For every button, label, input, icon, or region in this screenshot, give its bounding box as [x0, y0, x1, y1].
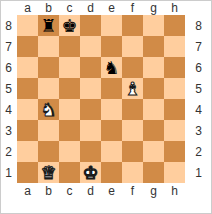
square-e3[interactable]	[101, 120, 122, 141]
square-c4[interactable]	[59, 99, 80, 120]
black-king[interactable]: ♚	[59, 15, 80, 36]
board-middle-band: 87654321 ♜♚♞♝♞♛♚ 87654321	[0, 15, 212, 183]
white-queen[interactable]: ♛	[38, 162, 59, 183]
square-b5[interactable]	[38, 78, 59, 99]
square-d1[interactable]: ♚	[80, 162, 101, 183]
square-g4[interactable]	[143, 99, 164, 120]
square-b6[interactable]	[38, 57, 59, 78]
square-g8[interactable]	[143, 15, 164, 36]
square-e4[interactable]	[101, 99, 122, 120]
rank-label-7-left: 7	[0, 36, 17, 57]
square-d4[interactable]	[80, 99, 101, 120]
square-c5[interactable]	[59, 78, 80, 99]
file-label-b-bottom: b	[38, 183, 59, 214]
square-a5[interactable]	[17, 78, 38, 99]
chess-diagram: abcdefgh 87654321 ♜♚♞♝♞♛♚ 87654321 abcde…	[0, 0, 212, 214]
square-h2[interactable]	[164, 141, 185, 162]
square-b7[interactable]	[38, 36, 59, 57]
square-c3[interactable]	[59, 120, 80, 141]
file-label-g-bottom: g	[143, 183, 164, 214]
corner-spacer	[185, 0, 212, 15]
square-f6[interactable]	[122, 57, 143, 78]
file-label-c-bottom: c	[59, 183, 80, 214]
file-label-e-bottom: e	[101, 183, 122, 214]
square-g6[interactable]	[143, 57, 164, 78]
square-f8[interactable]	[122, 15, 143, 36]
file-labels-bottom: abcdefgh	[0, 183, 212, 214]
file-label-f-bottom: f	[122, 183, 143, 214]
rank-label-1-left: 1	[0, 162, 17, 183]
square-a2[interactable]	[17, 141, 38, 162]
file-label-h-bottom: h	[164, 183, 185, 214]
square-c1[interactable]	[59, 162, 80, 183]
white-bishop[interactable]: ♝	[122, 78, 143, 99]
square-h3[interactable]	[164, 120, 185, 141]
file-label-f-top: f	[122, 0, 143, 15]
square-f1[interactable]	[122, 162, 143, 183]
square-d3[interactable]	[80, 120, 101, 141]
square-c7[interactable]	[59, 36, 80, 57]
rank-label-5-right: 5	[185, 78, 212, 99]
square-b8[interactable]: ♜	[38, 15, 59, 36]
file-label-a-bottom: a	[17, 183, 38, 214]
square-b2[interactable]	[38, 141, 59, 162]
rank-label-7-right: 7	[185, 36, 212, 57]
rank-label-8-right: 8	[185, 15, 212, 36]
file-label-a-top: a	[17, 0, 38, 15]
square-b3[interactable]	[38, 120, 59, 141]
square-h1[interactable]	[164, 162, 185, 183]
square-d8[interactable]	[80, 15, 101, 36]
square-g1[interactable]	[143, 162, 164, 183]
rank-label-6-right: 6	[185, 57, 212, 78]
rank-label-1-right: 1	[185, 162, 212, 183]
white-knight[interactable]: ♞	[38, 99, 59, 120]
rank-label-3-left: 3	[0, 120, 17, 141]
rank-labels-right: 87654321	[185, 15, 212, 183]
square-f4[interactable]	[122, 99, 143, 120]
square-c8[interactable]: ♚	[59, 15, 80, 36]
file-labels-top: abcdefgh	[0, 0, 212, 15]
square-a1[interactable]	[17, 162, 38, 183]
black-knight[interactable]: ♞	[101, 57, 122, 78]
rank-labels-left: 87654321	[0, 15, 17, 183]
square-g3[interactable]	[143, 120, 164, 141]
square-e6[interactable]: ♞	[101, 57, 122, 78]
file-label-g-top: g	[143, 0, 164, 15]
square-e8[interactable]	[101, 15, 122, 36]
corner-spacer	[0, 0, 17, 15]
square-a7[interactable]	[17, 36, 38, 57]
rank-label-6-left: 6	[0, 57, 17, 78]
square-e5[interactable]	[101, 78, 122, 99]
square-d7[interactable]	[80, 36, 101, 57]
square-h4[interactable]	[164, 99, 185, 120]
square-a8[interactable]	[17, 15, 38, 36]
corner-spacer	[0, 183, 17, 214]
rank-label-4-right: 4	[185, 99, 212, 120]
square-h5[interactable]	[164, 78, 185, 99]
rank-label-4-left: 4	[0, 99, 17, 120]
square-a3[interactable]	[17, 120, 38, 141]
square-e2[interactable]	[101, 141, 122, 162]
square-a6[interactable]	[17, 57, 38, 78]
corner-spacer	[185, 183, 212, 214]
file-label-b-top: b	[38, 0, 59, 15]
rank-label-8-left: 8	[0, 15, 17, 36]
square-e1[interactable]	[101, 162, 122, 183]
file-label-h-top: h	[164, 0, 185, 15]
square-c6[interactable]	[59, 57, 80, 78]
rank-label-2-left: 2	[0, 141, 17, 162]
rank-label-5-left: 5	[0, 78, 17, 99]
square-b4[interactable]: ♞	[38, 99, 59, 120]
file-label-c-top: c	[59, 0, 80, 15]
square-g2[interactable]	[143, 141, 164, 162]
chess-board[interactable]: ♜♚♞♝♞♛♚	[17, 15, 185, 183]
square-g5[interactable]	[143, 78, 164, 99]
file-label-d-top: d	[80, 0, 101, 15]
square-b1[interactable]: ♛	[38, 162, 59, 183]
square-d5[interactable]	[80, 78, 101, 99]
square-e7[interactable]	[101, 36, 122, 57]
square-f3[interactable]	[122, 120, 143, 141]
square-h8[interactable]	[164, 15, 185, 36]
square-f2[interactable]	[122, 141, 143, 162]
square-f5[interactable]: ♝	[122, 78, 143, 99]
black-rook[interactable]: ♜	[38, 15, 59, 36]
square-h7[interactable]	[164, 36, 185, 57]
square-f7[interactable]	[122, 36, 143, 57]
square-d2[interactable]	[80, 141, 101, 162]
rank-label-3-right: 3	[185, 120, 212, 141]
square-d6[interactable]	[80, 57, 101, 78]
square-c2[interactable]	[59, 141, 80, 162]
square-a4[interactable]	[17, 99, 38, 120]
white-king[interactable]: ♚	[80, 162, 101, 183]
file-label-e-top: e	[101, 0, 122, 15]
square-h6[interactable]	[164, 57, 185, 78]
square-g7[interactable]	[143, 36, 164, 57]
rank-label-2-right: 2	[185, 141, 212, 162]
file-label-d-bottom: d	[80, 183, 101, 214]
